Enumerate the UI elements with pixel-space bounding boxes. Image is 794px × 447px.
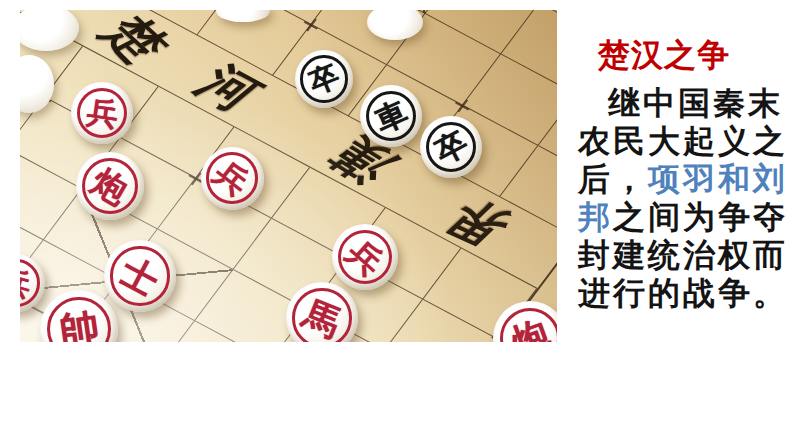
piece-character: 炮	[506, 314, 553, 342]
piece-ring: 士	[110, 246, 169, 305]
piece-character: 兵	[20, 265, 34, 301]
piece-red-cannon: 炮	[76, 152, 144, 220]
text-block: 楚汉之争 继中国秦末农民大起义之后，项羽和刘邦之间为争夺封建统治权而进行的战争。	[578, 26, 794, 312]
piece-character: 炮	[87, 163, 133, 209]
piece-character: 卒	[305, 60, 343, 98]
piece-character: 卒	[430, 126, 472, 168]
slide: 楚 河 漢 界 兵炮兵士帥兵馬卒車卒兵炮 楚汉之争 继中国秦末农民大起义之后，项…	[0, 0, 794, 447]
piece-red-soldier: 兵	[201, 147, 264, 210]
piece-character: 兵	[210, 156, 255, 201]
piece-black-soldier: 卒	[420, 116, 482, 178]
piece-ring: 馬	[292, 288, 351, 342]
piece-character: 車	[371, 96, 412, 137]
piece-ring: 帥	[47, 297, 111, 342]
piece-red-soldier: 兵	[71, 82, 133, 144]
xiangqi-photo: 楚 河 漢 界 兵炮兵士帥兵馬卒車卒兵炮	[20, 10, 557, 342]
piece-black-chariot: 車	[360, 85, 422, 147]
piece-character: 士	[116, 252, 165, 301]
piece-character: 帥	[57, 307, 101, 342]
piece-ring: 兵	[20, 259, 40, 307]
slide-body: 继中国秦末农民大起义之后，项羽和刘邦之间为争夺封建统治权而进行的战争。	[578, 84, 794, 312]
piece-ring: 車	[366, 91, 417, 142]
slide-title: 楚汉之争	[598, 34, 794, 78]
piece-ring: 兵	[77, 88, 128, 139]
piece-character: 兵	[342, 234, 389, 281]
piece-ring: 卒	[300, 55, 348, 103]
piece-character: 馬	[299, 295, 346, 342]
piece-ring: 卒	[426, 122, 477, 173]
piece-ring: 炮	[82, 158, 138, 214]
piece-ring: 炮	[500, 308, 557, 342]
piece-character: 兵	[84, 95, 119, 130]
piece-red-advisor: 士	[104, 240, 176, 312]
piece-ring: 兵	[206, 152, 258, 204]
piece-ring: 兵	[338, 230, 392, 284]
piece-red-soldier: 兵	[332, 224, 398, 290]
piece-black-soldier: 卒	[295, 50, 353, 108]
